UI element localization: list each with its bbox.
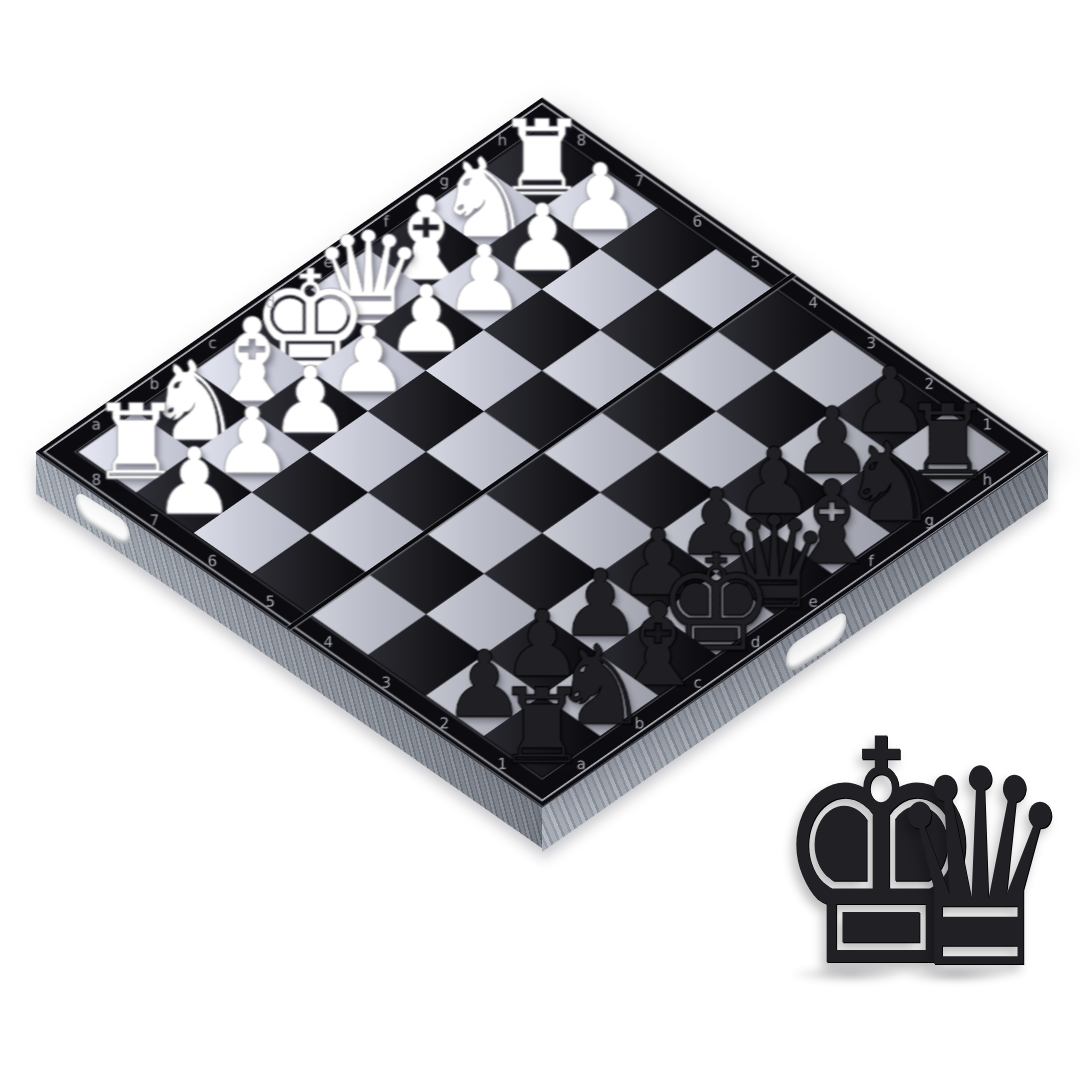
product-photo-canvas: ♜♞♝♚♛♝♞♜♟♟♟♟♟♟♟♟♟♟♟♟♟♟♟♟♜♞♝♚♛♝♞♜ 8877665… [0,0,1080,1080]
square-a1[interactable]: ♜ [484,696,600,777]
black-rook-a1[interactable]: ♜ [495,674,588,778]
display-black-queen: ♛ [885,734,1075,1006]
